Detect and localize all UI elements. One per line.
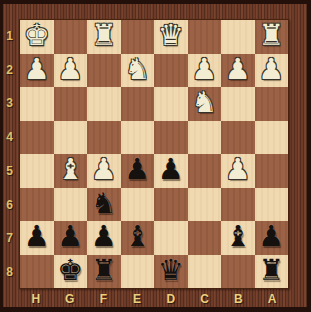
square-d2[interactable] [154,54,188,88]
black-piece-n-f6[interactable]: ♞ [91,189,117,218]
square-c4[interactable] [188,121,222,155]
white-piece-r-f1[interactable]: ♜ [91,21,117,50]
black-piece-r-f8[interactable]: ♜ [91,256,117,285]
square-c6[interactable] [188,188,222,222]
file-label-c: C [188,290,222,308]
square-h5[interactable] [20,154,54,188]
square-e8[interactable] [121,255,155,289]
square-g4[interactable] [54,121,88,155]
square-g5[interactable]: ♝ [54,154,88,188]
square-f7[interactable]: ♟ [87,221,121,255]
square-c7[interactable] [188,221,222,255]
square-b2[interactable]: ♟ [221,54,255,88]
square-e7[interactable]: ♝ [121,221,155,255]
square-d5[interactable]: ♟ [154,154,188,188]
black-piece-p-f7[interactable]: ♟ [91,222,117,251]
square-e4[interactable] [121,121,155,155]
square-b6[interactable] [221,188,255,222]
square-f4[interactable] [87,121,121,155]
white-piece-p-f5[interactable]: ♟ [91,155,117,184]
square-a2[interactable]: ♟ [255,54,289,88]
white-piece-p-c2[interactable]: ♟ [191,55,217,84]
square-g2[interactable]: ♟ [54,54,88,88]
white-piece-p-h2[interactable]: ♟ [24,55,50,84]
square-d3[interactable] [154,87,188,121]
square-d8[interactable]: ♛ [154,255,188,289]
square-g1[interactable] [54,20,88,54]
square-b4[interactable] [221,121,255,155]
square-d6[interactable] [154,188,188,222]
square-h8[interactable] [20,255,54,289]
square-h4[interactable] [20,121,54,155]
square-b5[interactable]: ♟ [221,154,255,188]
square-a4[interactable] [255,121,289,155]
black-piece-q-d8[interactable]: ♛ [158,256,184,285]
rank-label-7: 7 [0,222,19,256]
square-h1[interactable]: ♚ [20,20,54,54]
black-piece-k-g8[interactable]: ♚ [57,256,83,285]
chessboard-widget: 12345678 ♚♜♛♜♟♟♞♟♟♟♞♝♟♟♟♟♞♟♟♟♝♝♟♚♜♛♜ HGF… [0,0,311,312]
square-b7[interactable]: ♝ [221,221,255,255]
black-piece-p-g7[interactable]: ♟ [57,222,83,251]
white-piece-b-g5[interactable]: ♝ [57,155,83,184]
white-piece-p-a2[interactable]: ♟ [258,55,284,84]
file-label-d: D [154,290,188,308]
white-piece-n-e2[interactable]: ♞ [124,55,150,84]
white-piece-q-d1[interactable]: ♛ [158,21,184,50]
black-piece-b-b7[interactable]: ♝ [225,222,251,251]
file-label-f: F [87,290,121,308]
square-a6[interactable] [255,188,289,222]
file-labels: HGFEDCBA [19,290,289,308]
square-c2[interactable]: ♟ [188,54,222,88]
white-piece-n-c3[interactable]: ♞ [191,88,217,117]
square-e6[interactable] [121,188,155,222]
file-label-b: B [222,290,256,308]
square-d4[interactable] [154,121,188,155]
rank-label-1: 1 [0,19,19,53]
square-a8[interactable]: ♜ [255,255,289,289]
black-piece-p-a7[interactable]: ♟ [258,222,284,251]
square-g8[interactable]: ♚ [54,255,88,289]
square-h7[interactable]: ♟ [20,221,54,255]
white-piece-p-b5[interactable]: ♟ [225,155,251,184]
black-piece-r-a8[interactable]: ♜ [258,256,284,285]
black-piece-p-e5[interactable]: ♟ [124,155,150,184]
rank-label-2: 2 [0,53,19,87]
rank-label-5: 5 [0,154,19,188]
file-label-a: A [255,290,289,308]
white-piece-p-b2[interactable]: ♟ [225,55,251,84]
square-f1[interactable]: ♜ [87,20,121,54]
square-a5[interactable] [255,154,289,188]
square-e1[interactable] [121,20,155,54]
rank-labels: 12345678 [0,19,19,289]
square-b1[interactable] [221,20,255,54]
square-g6[interactable] [54,188,88,222]
rank-label-8: 8 [0,255,19,289]
file-label-h: H [19,290,53,308]
square-f3[interactable] [87,87,121,121]
black-piece-b-e7[interactable]: ♝ [124,222,150,251]
white-piece-k-h1[interactable]: ♚ [24,21,50,50]
square-a7[interactable]: ♟ [255,221,289,255]
square-f6[interactable]: ♞ [87,188,121,222]
square-a3[interactable] [255,87,289,121]
white-piece-p-g2[interactable]: ♟ [57,55,83,84]
square-c5[interactable] [188,154,222,188]
square-f2[interactable] [87,54,121,88]
rank-label-3: 3 [0,87,19,121]
square-d1[interactable]: ♛ [154,20,188,54]
file-label-e: E [120,290,154,308]
chess-board[interactable]: ♚♜♛♜♟♟♞♟♟♟♞♝♟♟♟♟♞♟♟♟♝♝♟♚♜♛♜ [19,19,289,289]
square-b3[interactable] [221,87,255,121]
square-e2[interactable]: ♞ [121,54,155,88]
square-g3[interactable] [54,87,88,121]
square-c3[interactable]: ♞ [188,87,222,121]
black-piece-p-d5[interactable]: ♟ [158,155,184,184]
square-h3[interactable] [20,87,54,121]
square-f5[interactable]: ♟ [87,154,121,188]
file-label-g: G [53,290,87,308]
square-e3[interactable] [121,87,155,121]
square-c1[interactable] [188,20,222,54]
square-e5[interactable]: ♟ [121,154,155,188]
rank-label-6: 6 [0,188,19,222]
white-piece-r-a1[interactable]: ♜ [258,21,284,50]
square-c8[interactable] [188,255,222,289]
rank-label-4: 4 [0,120,19,154]
square-f8[interactable]: ♜ [87,255,121,289]
square-b8[interactable] [221,255,255,289]
square-h6[interactable] [20,188,54,222]
black-piece-p-h7[interactable]: ♟ [24,222,50,251]
square-a1[interactable]: ♜ [255,20,289,54]
square-g7[interactable]: ♟ [54,221,88,255]
square-h2[interactable]: ♟ [20,54,54,88]
square-d7[interactable] [154,221,188,255]
